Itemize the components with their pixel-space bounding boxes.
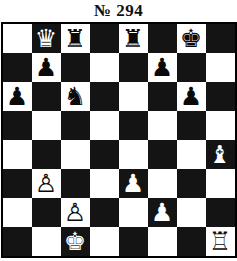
- page-title: № 294: [0, 0, 237, 22]
- square-h1: ♖: [206, 227, 235, 256]
- square-c7: [61, 53, 90, 82]
- square-c3: [61, 169, 90, 198]
- square-g6: ♟: [177, 82, 206, 111]
- square-d8: [90, 24, 119, 53]
- square-a3: [3, 169, 32, 198]
- square-h2: [206, 198, 235, 227]
- square-f3: [148, 169, 177, 198]
- white-king: ♚: [64, 227, 86, 256]
- square-c5: [61, 111, 90, 140]
- square-d2: [90, 198, 119, 227]
- square-g4: [177, 140, 206, 169]
- square-g8: ♚: [177, 24, 206, 53]
- square-c8: ♜: [61, 24, 90, 53]
- board: ♛♜♜♚♟♟♟♞♟♝♙♟♙♟♚♖: [1, 22, 237, 258]
- square-d5: [90, 111, 119, 140]
- white-pawn: ♙: [35, 169, 57, 198]
- black-pawn: ♟: [180, 82, 202, 111]
- square-a8: [3, 24, 32, 53]
- square-f8: [148, 24, 177, 53]
- black-pawn: ♟: [151, 53, 173, 82]
- square-g5: [177, 111, 206, 140]
- square-e8: ♜: [119, 24, 148, 53]
- square-b3: ♙: [32, 169, 61, 198]
- square-d6: [90, 82, 119, 111]
- square-b7: ♟: [32, 53, 61, 82]
- square-b2: [32, 198, 61, 227]
- square-h7: [206, 53, 235, 82]
- square-e1: [119, 227, 148, 256]
- square-e7: [119, 53, 148, 82]
- square-a1: [3, 227, 32, 256]
- square-h5: [206, 111, 235, 140]
- square-g7: [177, 53, 206, 82]
- black-rook: ♜: [122, 24, 144, 53]
- square-f2: ♟: [148, 198, 177, 227]
- square-h3: [206, 169, 235, 198]
- square-d1: [90, 227, 119, 256]
- square-e3: ♟: [119, 169, 148, 198]
- white-pawn: ♟: [122, 169, 144, 198]
- square-c4: [61, 140, 90, 169]
- black-knight: ♞: [64, 82, 86, 111]
- square-f5: [148, 111, 177, 140]
- square-e2: [119, 198, 148, 227]
- square-b8: ♛: [32, 24, 61, 53]
- square-d4: [90, 140, 119, 169]
- square-c2: ♙: [61, 198, 90, 227]
- puzzle-page: № 294 ♛♜♜♚♟♟♟♞♟♝♙♟♙♟♚♖: [0, 0, 237, 261]
- black-rook: ♜: [64, 24, 86, 53]
- square-b6: [32, 82, 61, 111]
- square-g3: [177, 169, 206, 198]
- square-f7: ♟: [148, 53, 177, 82]
- square-h4: ♝: [206, 140, 235, 169]
- square-f6: [148, 82, 177, 111]
- square-a2: [3, 198, 32, 227]
- black-pawn: ♟: [35, 53, 57, 82]
- square-f4: [148, 140, 177, 169]
- white-bishop: ♝: [209, 140, 231, 169]
- square-e6: [119, 82, 148, 111]
- black-pawn: ♟: [6, 82, 28, 111]
- square-b4: [32, 140, 61, 169]
- square-c1: ♚: [61, 227, 90, 256]
- square-b5: [32, 111, 61, 140]
- square-d7: [90, 53, 119, 82]
- square-d3: [90, 169, 119, 198]
- square-f1: [148, 227, 177, 256]
- black-king: ♚: [180, 24, 202, 53]
- square-h8: [206, 24, 235, 53]
- square-a6: ♟: [3, 82, 32, 111]
- square-b1: [32, 227, 61, 256]
- square-a5: [3, 111, 32, 140]
- white-pawn: ♙: [64, 198, 86, 227]
- white-pawn: ♟: [151, 198, 173, 227]
- square-g1: [177, 227, 206, 256]
- square-h6: [206, 82, 235, 111]
- square-a7: [3, 53, 32, 82]
- white-queen: ♛: [35, 24, 57, 53]
- square-e4: [119, 140, 148, 169]
- square-a4: [3, 140, 32, 169]
- white-rook: ♖: [209, 227, 231, 256]
- square-c6: ♞: [61, 82, 90, 111]
- square-e5: [119, 111, 148, 140]
- square-g2: [177, 198, 206, 227]
